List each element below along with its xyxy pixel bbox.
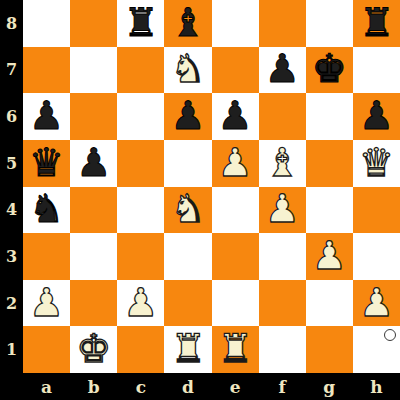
white-pawn-c2[interactable]: ♟ xyxy=(123,283,158,322)
square-b3[interactable] xyxy=(70,233,117,280)
square-f5[interactable]: ♝ xyxy=(259,140,306,187)
white-pawn-f4[interactable]: ♟ xyxy=(265,189,300,228)
square-b4[interactable] xyxy=(70,187,117,234)
square-a8[interactable] xyxy=(23,0,70,47)
white-knight-d7[interactable]: ♞ xyxy=(170,49,205,88)
white-king-b1[interactable]: ♚ xyxy=(76,329,111,368)
black-pawn-e6[interactable]: ♟ xyxy=(218,96,253,135)
white-pawn-a2[interactable]: ♟ xyxy=(29,283,64,322)
square-a1[interactable] xyxy=(23,326,70,373)
square-d3[interactable] xyxy=(164,233,211,280)
white-to-move-indicator xyxy=(384,329,396,341)
square-a7[interactable] xyxy=(23,47,70,94)
white-knight-d4[interactable]: ♞ xyxy=(170,189,205,228)
white-pawn-g3[interactable]: ♟ xyxy=(312,236,347,275)
square-h5[interactable]: ♛ xyxy=(353,140,400,187)
square-d5[interactable] xyxy=(164,140,211,187)
square-h2[interactable]: ♟ xyxy=(353,280,400,327)
square-f6[interactable] xyxy=(259,93,306,140)
rank-label-4: 4 xyxy=(0,187,23,234)
rank-label-7: 7 xyxy=(0,47,23,94)
square-c1[interactable] xyxy=(117,326,164,373)
rank-labels: 8 7 6 5 4 3 2 1 xyxy=(0,0,23,373)
rank-label-2: 2 xyxy=(0,280,23,327)
square-g5[interactable] xyxy=(306,140,353,187)
square-d4[interactable]: ♞ xyxy=(164,187,211,234)
square-e8[interactable] xyxy=(212,0,259,47)
file-label-f: f xyxy=(259,373,306,400)
rank-label-8: 8 xyxy=(0,0,23,47)
file-label-b: b xyxy=(70,373,117,400)
square-e7[interactable] xyxy=(212,47,259,94)
square-a2[interactable]: ♟ xyxy=(23,280,70,327)
square-f8[interactable] xyxy=(259,0,306,47)
black-pawn-b5[interactable]: ♟ xyxy=(76,143,111,182)
black-knight-a4[interactable]: ♞ xyxy=(29,189,64,228)
square-a3[interactable] xyxy=(23,233,70,280)
black-pawn-d6[interactable]: ♟ xyxy=(170,96,205,135)
white-rook-d1[interactable]: ♜ xyxy=(170,329,205,368)
square-f4[interactable]: ♟ xyxy=(259,187,306,234)
black-queen-a5[interactable]: ♛ xyxy=(29,143,64,182)
white-queen-h5[interactable]: ♛ xyxy=(359,143,394,182)
square-f1[interactable] xyxy=(259,326,306,373)
white-pawn-h2[interactable]: ♟ xyxy=(359,283,394,322)
square-e1[interactable]: ♜ xyxy=(212,326,259,373)
file-labels: a b c d e f g h xyxy=(23,373,400,400)
square-e4[interactable] xyxy=(212,187,259,234)
rank-label-1: 1 xyxy=(0,326,23,373)
rank-label-3: 3 xyxy=(0,233,23,280)
file-label-d: d xyxy=(164,373,211,400)
square-c7[interactable] xyxy=(117,47,164,94)
square-b8[interactable] xyxy=(70,0,117,47)
square-a6[interactable]: ♟ xyxy=(23,93,70,140)
square-b6[interactable] xyxy=(70,93,117,140)
black-rook-c8[interactable]: ♜ xyxy=(123,3,158,42)
square-g2[interactable] xyxy=(306,280,353,327)
file-label-h: h xyxy=(353,373,400,400)
square-h3[interactable] xyxy=(353,233,400,280)
square-g6[interactable] xyxy=(306,93,353,140)
rank-label-6: 6 xyxy=(0,93,23,140)
file-label-e: e xyxy=(212,373,259,400)
square-e5[interactable]: ♟ xyxy=(212,140,259,187)
square-h6[interactable]: ♟ xyxy=(353,93,400,140)
square-e6[interactable]: ♟ xyxy=(212,93,259,140)
square-c4[interactable] xyxy=(117,187,164,234)
square-g1[interactable] xyxy=(306,326,353,373)
square-b7[interactable] xyxy=(70,47,117,94)
square-b1[interactable]: ♚ xyxy=(70,326,117,373)
square-g8[interactable] xyxy=(306,0,353,47)
square-b2[interactable] xyxy=(70,280,117,327)
square-c6[interactable] xyxy=(117,93,164,140)
square-f7[interactable]: ♟ xyxy=(259,47,306,94)
white-rook-e1[interactable]: ♜ xyxy=(218,329,253,368)
file-label-g: g xyxy=(306,373,353,400)
square-f2[interactable] xyxy=(259,280,306,327)
rank-label-5: 5 xyxy=(0,140,23,187)
square-g7[interactable]: ♚ xyxy=(306,47,353,94)
square-b5[interactable]: ♟ xyxy=(70,140,117,187)
square-c3[interactable] xyxy=(117,233,164,280)
square-a5[interactable]: ♛ xyxy=(23,140,70,187)
white-bishop-f5[interactable]: ♝ xyxy=(265,143,300,182)
square-c8[interactable]: ♜ xyxy=(117,0,164,47)
file-label-c: c xyxy=(117,373,164,400)
black-king-g7[interactable]: ♚ xyxy=(312,49,347,88)
square-h7[interactable] xyxy=(353,47,400,94)
black-pawn-h6[interactable]: ♟ xyxy=(359,96,394,135)
square-d2[interactable] xyxy=(164,280,211,327)
square-d1[interactable]: ♜ xyxy=(164,326,211,373)
file-label-a: a xyxy=(23,373,70,400)
chess-diagram: 8 7 6 5 4 3 2 1 ♜♝♜♞♟♚♟♟♟♟♛♟♟♝♛♞♞♟♟♟♟♟♚♜… xyxy=(0,0,400,400)
square-f3[interactable] xyxy=(259,233,306,280)
board: ♜♝♜♞♟♚♟♟♟♟♛♟♟♝♛♞♞♟♟♟♟♟♚♜♜ xyxy=(23,0,400,373)
black-rook-h8[interactable]: ♜ xyxy=(359,3,394,42)
square-d6[interactable]: ♟ xyxy=(164,93,211,140)
square-h8[interactable]: ♜ xyxy=(353,0,400,47)
black-bishop-d8[interactable]: ♝ xyxy=(170,3,205,42)
square-e2[interactable] xyxy=(212,280,259,327)
square-c2[interactable]: ♟ xyxy=(117,280,164,327)
square-g4[interactable] xyxy=(306,187,353,234)
square-e3[interactable] xyxy=(212,233,259,280)
square-c5[interactable] xyxy=(117,140,164,187)
square-h4[interactable] xyxy=(353,187,400,234)
square-d7[interactable]: ♞ xyxy=(164,47,211,94)
square-a4[interactable]: ♞ xyxy=(23,187,70,234)
square-d8[interactable]: ♝ xyxy=(164,0,211,47)
white-pawn-e5[interactable]: ♟ xyxy=(218,143,253,182)
black-pawn-a6[interactable]: ♟ xyxy=(29,96,64,135)
black-pawn-f7[interactable]: ♟ xyxy=(265,49,300,88)
square-g3[interactable]: ♟ xyxy=(306,233,353,280)
